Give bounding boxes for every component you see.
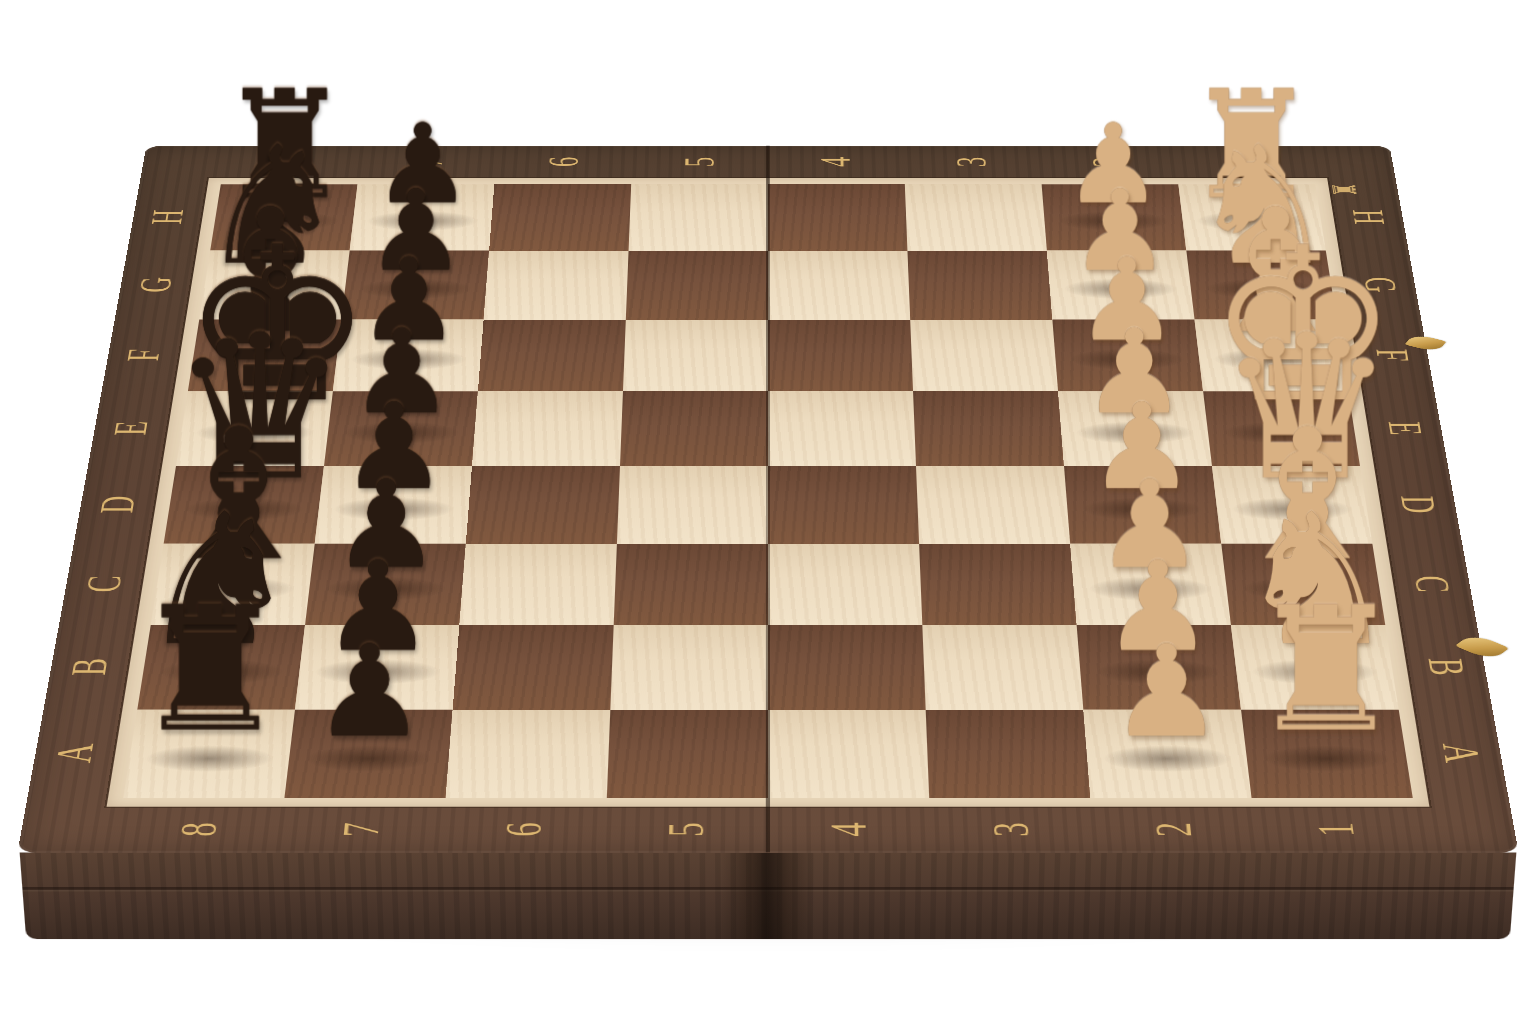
- square-a2[interactable]: ♟: [1083, 710, 1251, 798]
- product-photo-stage: ♜♟♟♜♞♟♟♞♝♟♟♝♚♟♟♚♛♟♟♛♝♟♟♝♞♟♟♞♜♟♟♜ ♜ 88HH7…: [0, 0, 1536, 1024]
- square-f4[interactable]: [768, 320, 913, 392]
- square-a8[interactable]: ♜: [123, 710, 295, 798]
- square-c5[interactable]: [614, 544, 768, 625]
- chess-board: ♜♟♟♜♞♟♟♞♝♟♟♝♚♟♟♚♛♟♟♛♝♟♟♝♞♟♟♞♜♟♟♜ ♜ 88HH7…: [17, 146, 1518, 853]
- piece-white-rook[interactable]: ♜: [1246, 588, 1405, 753]
- square-e6[interactable]: [472, 391, 623, 466]
- square-f5[interactable]: [623, 320, 768, 392]
- box-side-hinge-seam: [721, 853, 816, 940]
- square-h4[interactable]: [768, 184, 907, 250]
- square-a5[interactable]: [607, 710, 768, 798]
- square-g5[interactable]: [626, 251, 768, 320]
- square-e4[interactable]: [768, 391, 916, 466]
- square-a1[interactable]: ♜: [1241, 710, 1413, 798]
- square-a7[interactable]: ♟: [284, 710, 452, 798]
- fold-seam: [766, 146, 770, 853]
- coordinate-label-left-F: F: [121, 349, 168, 361]
- coordinate-label-left-E: E: [107, 421, 155, 435]
- square-g6[interactable]: [484, 251, 629, 320]
- square-b3[interactable]: [922, 625, 1083, 710]
- square-c3[interactable]: [919, 544, 1077, 625]
- square-g4[interactable]: [768, 251, 910, 320]
- square-d4[interactable]: [768, 466, 919, 544]
- square-d5[interactable]: [617, 466, 768, 544]
- coordinate-label-left-G: G: [133, 277, 179, 292]
- coordinate-label-top-5: 5: [679, 157, 721, 167]
- square-f3[interactable]: [910, 320, 1058, 392]
- square-e5[interactable]: [620, 391, 768, 466]
- piece-white-pawn[interactable]: ♟: [1087, 631, 1246, 753]
- square-g3[interactable]: [907, 251, 1052, 320]
- square-e3[interactable]: [913, 391, 1064, 466]
- square-a3[interactable]: [926, 710, 1091, 798]
- square-c4[interactable]: [768, 544, 922, 625]
- coordinate-label-top-6: 6: [543, 157, 586, 167]
- square-d6[interactable]: [466, 466, 620, 544]
- square-a6[interactable]: [446, 710, 611, 798]
- square-f6[interactable]: [478, 320, 626, 392]
- piece-black-pawn[interactable]: ♟: [290, 631, 449, 753]
- piece-black-rook[interactable]: ♜: [130, 588, 289, 753]
- square-b4[interactable]: [768, 625, 926, 710]
- coordinate-label-top-4: 4: [815, 157, 857, 167]
- coordinate-label-top-3: 3: [950, 157, 993, 167]
- box-side-front: [20, 853, 1517, 940]
- square-c6[interactable]: [459, 544, 617, 625]
- square-a4[interactable]: [768, 710, 929, 798]
- square-h5[interactable]: [629, 184, 768, 250]
- square-h3[interactable]: [905, 184, 1047, 250]
- square-b5[interactable]: [610, 625, 768, 710]
- square-h6[interactable]: [489, 184, 631, 250]
- square-b6[interactable]: [453, 625, 614, 710]
- square-d3[interactable]: [916, 466, 1070, 544]
